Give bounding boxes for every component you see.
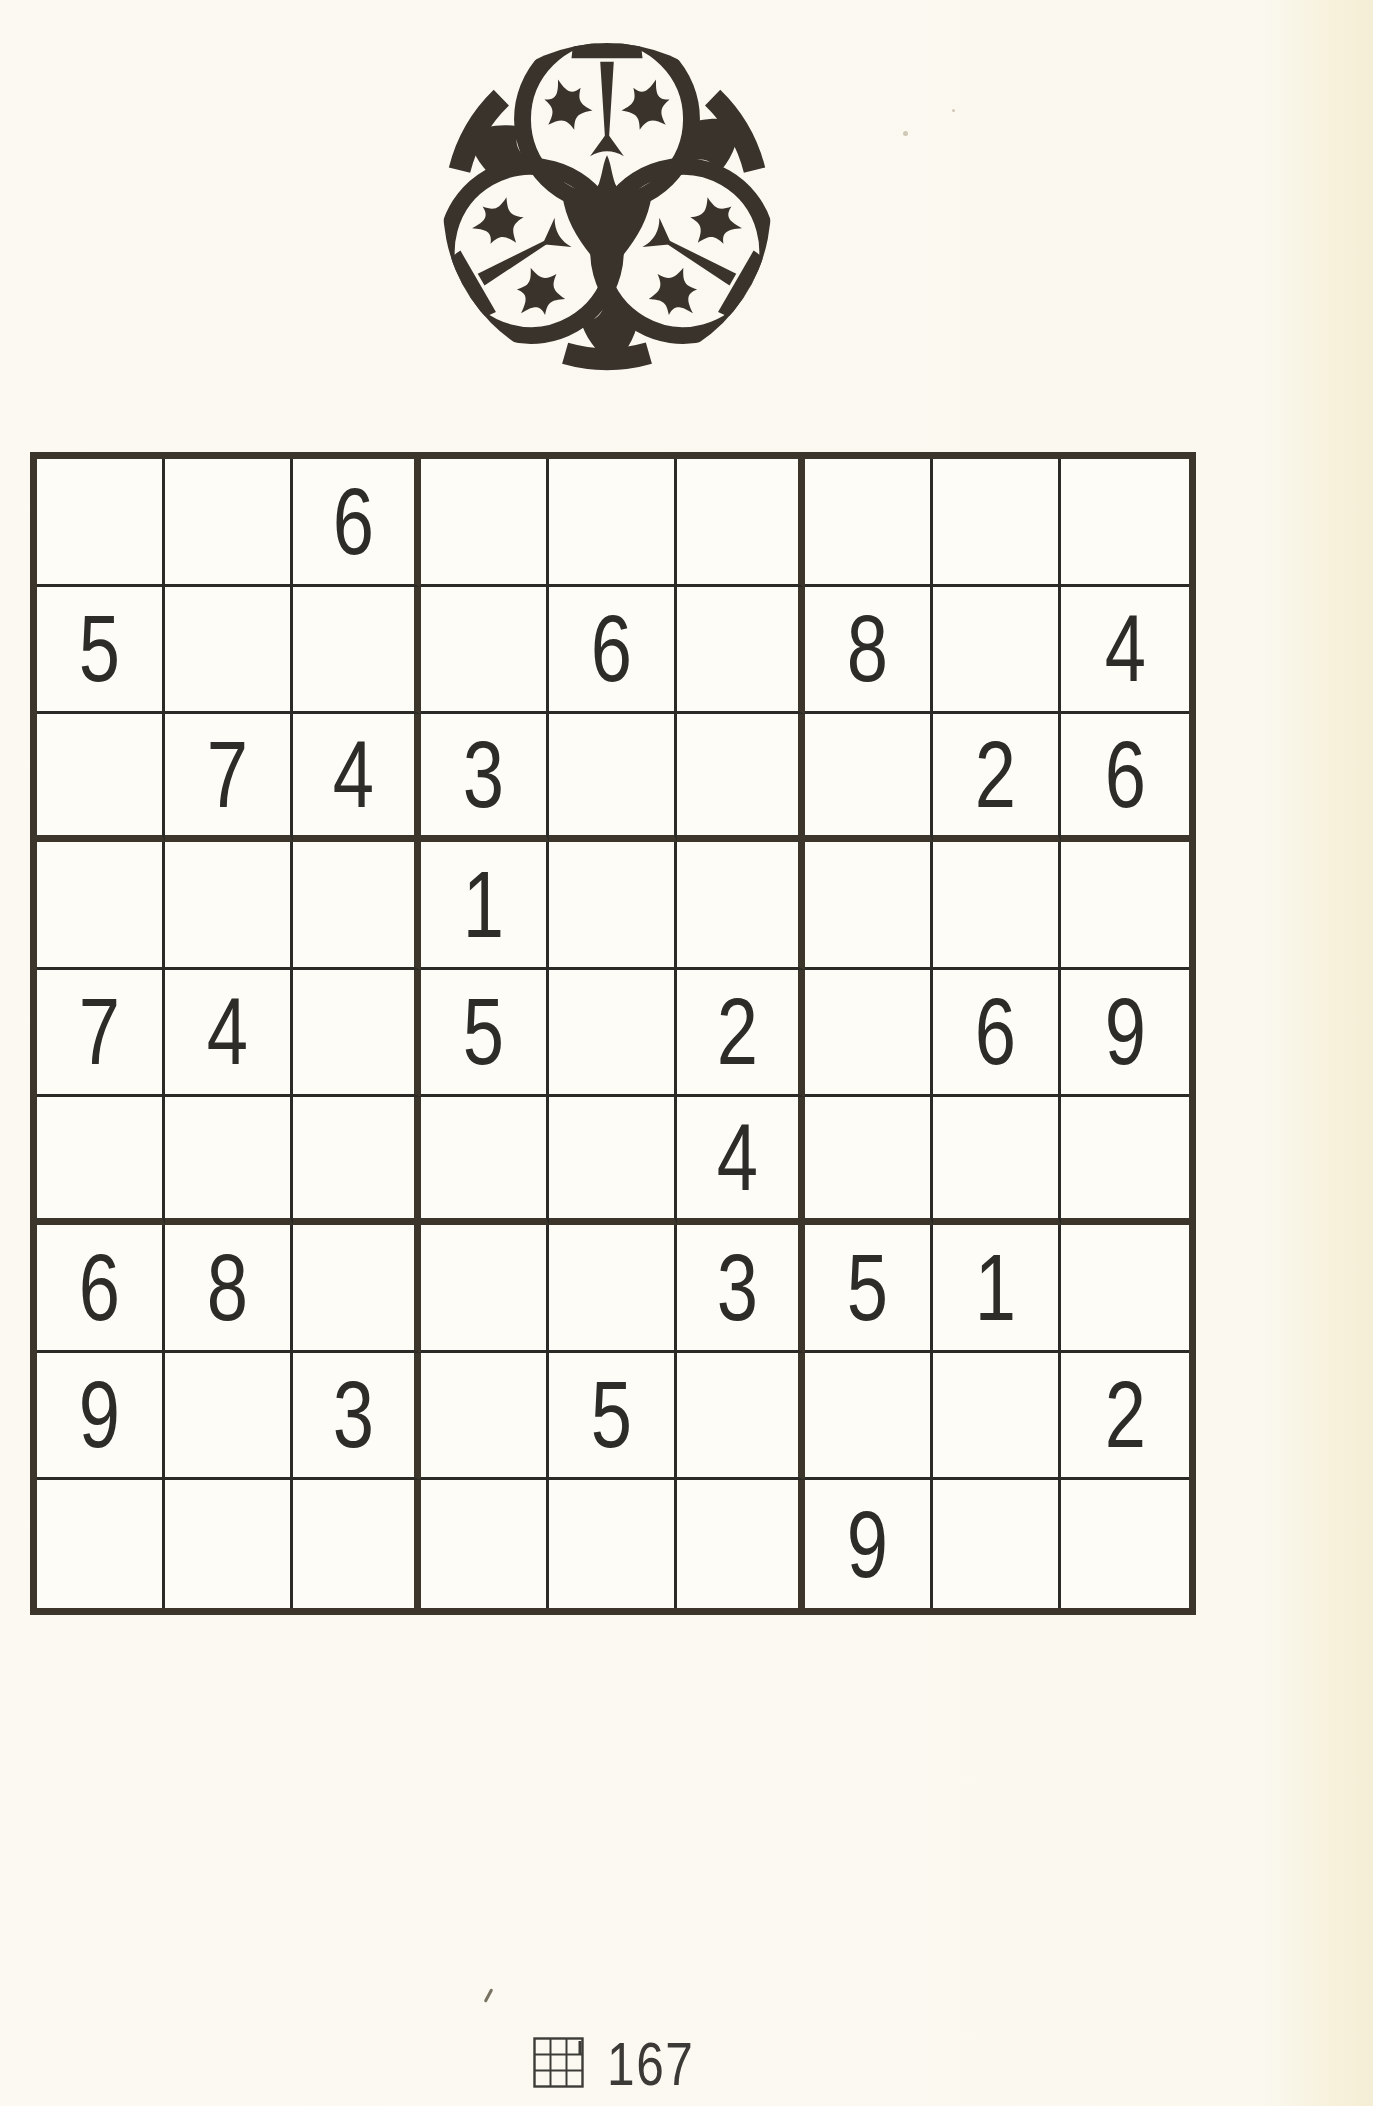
cell-r7c9 <box>1061 1225 1189 1353</box>
cell-r4c4: 1 <box>421 842 549 970</box>
cell-r2c3 <box>293 587 421 715</box>
given-digit: 1 <box>463 857 504 952</box>
cell-r3c1 <box>37 714 165 842</box>
cell-r3c2: 7 <box>165 714 293 842</box>
cell-r6c2 <box>165 1097 293 1225</box>
cell-r3c5 <box>549 714 677 842</box>
given-digit: 5 <box>591 1367 632 1462</box>
cell-r7c8: 1 <box>933 1225 1061 1353</box>
cell-r8c5: 5 <box>549 1353 677 1481</box>
given-digit: 1 <box>975 1240 1016 1335</box>
cell-r2c7: 8 <box>805 587 933 715</box>
cell-r9c5 <box>549 1480 677 1608</box>
given-digit: 4 <box>717 1110 758 1205</box>
cell-r1c3: 6 <box>293 459 421 587</box>
cell-r8c8 <box>933 1353 1061 1481</box>
cell-r4c6 <box>677 842 805 970</box>
page-number: 167 <box>607 2033 695 2095</box>
cell-r5c8: 6 <box>933 970 1061 1098</box>
sudoku-grid-icon <box>533 2037 584 2088</box>
cell-r9c4 <box>421 1480 549 1608</box>
cell-r1c5 <box>549 459 677 587</box>
cell-r9c1 <box>37 1480 165 1608</box>
cell-r9c7: 9 <box>805 1480 933 1608</box>
given-digit: 9 <box>1104 984 1145 1079</box>
cell-r5c7 <box>805 970 933 1098</box>
cell-r9c2 <box>165 1480 293 1608</box>
given-digit: 2 <box>975 727 1016 822</box>
given-digit: 9 <box>79 1367 120 1462</box>
given-digit: 8 <box>207 1240 248 1335</box>
cell-r6c9 <box>1061 1097 1189 1225</box>
given-digit: 4 <box>333 727 374 822</box>
cell-r2c2 <box>165 587 293 715</box>
ornament-medallion-icon <box>438 38 776 376</box>
cell-r7c5 <box>549 1225 677 1353</box>
cell-r2c4 <box>421 587 549 715</box>
cell-r8c4 <box>421 1353 549 1481</box>
cell-r3c7 <box>805 714 933 842</box>
given-digit: 3 <box>717 1240 758 1335</box>
cell-r2c5: 6 <box>549 587 677 715</box>
cell-r1c7 <box>805 459 933 587</box>
cell-r1c9 <box>1061 459 1189 587</box>
given-digit: 6 <box>975 984 1016 1079</box>
paper-speck <box>952 109 955 112</box>
given-digit: 6 <box>79 1240 120 1335</box>
cell-r6c8 <box>933 1097 1061 1225</box>
cell-r7c4 <box>421 1225 549 1353</box>
given-digit: 5 <box>79 601 120 696</box>
given-digit: 5 <box>463 984 504 1079</box>
cell-r1c4 <box>421 459 549 587</box>
given-digit: 3 <box>333 1367 374 1462</box>
cell-r2c6 <box>677 587 805 715</box>
ink-speck <box>484 1988 494 2003</box>
cell-r3c6 <box>677 714 805 842</box>
cell-r5c2: 4 <box>165 970 293 1098</box>
cell-r8c2 <box>165 1353 293 1481</box>
cell-r1c1 <box>37 459 165 587</box>
cell-r1c6 <box>677 459 805 587</box>
cell-r9c3 <box>293 1480 421 1608</box>
given-digit: 7 <box>207 727 248 822</box>
cell-r8c6 <box>677 1353 805 1481</box>
paper-speck <box>903 131 908 136</box>
cell-r7c2: 8 <box>165 1225 293 1353</box>
cell-r8c7 <box>805 1353 933 1481</box>
cell-r2c9: 4 <box>1061 587 1189 715</box>
cell-r8c1: 9 <box>37 1353 165 1481</box>
cell-r7c6: 3 <box>677 1225 805 1353</box>
cell-r7c1: 6 <box>37 1225 165 1353</box>
cell-r8c3: 3 <box>293 1353 421 1481</box>
given-digit: 4 <box>207 984 248 1079</box>
cell-r8c9: 2 <box>1061 1353 1189 1481</box>
given-digit: 7 <box>79 984 120 1079</box>
cell-r7c3 <box>293 1225 421 1353</box>
cell-r1c8 <box>933 459 1061 587</box>
cell-r4c7 <box>805 842 933 970</box>
sudoku-grid: 6568474326174526946835193529 <box>30 452 1196 1615</box>
cell-r4c3 <box>293 842 421 970</box>
cell-r1c2 <box>165 459 293 587</box>
cell-r4c5 <box>549 842 677 970</box>
given-digit: 2 <box>717 984 758 1079</box>
given-digit: 2 <box>1104 1367 1145 1462</box>
cell-r6c1 <box>37 1097 165 1225</box>
cell-r5c6: 2 <box>677 970 805 1098</box>
cell-r9c9 <box>1061 1480 1189 1608</box>
given-digit: 8 <box>847 601 888 696</box>
cell-r6c3 <box>293 1097 421 1225</box>
cell-r5c9: 9 <box>1061 970 1189 1098</box>
cell-r5c4: 5 <box>421 970 549 1098</box>
cell-r6c7 <box>805 1097 933 1225</box>
cell-r4c2 <box>165 842 293 970</box>
cell-r6c4 <box>421 1097 549 1225</box>
given-digit: 6 <box>1104 727 1145 822</box>
cell-r5c3 <box>293 970 421 1098</box>
given-digit: 5 <box>847 1240 888 1335</box>
given-digit: 6 <box>333 474 374 569</box>
cell-r6c6: 4 <box>677 1097 805 1225</box>
given-digit: 3 <box>463 727 504 822</box>
cell-r3c9: 6 <box>1061 714 1189 842</box>
cell-r4c1 <box>37 842 165 970</box>
cell-r9c8 <box>933 1480 1061 1608</box>
cell-r3c4: 3 <box>421 714 549 842</box>
cell-r7c7: 5 <box>805 1225 933 1353</box>
given-digit: 9 <box>847 1497 888 1592</box>
cell-r5c5 <box>549 970 677 1098</box>
given-digit: 6 <box>591 601 632 696</box>
cell-r2c8 <box>933 587 1061 715</box>
cell-r4c9 <box>1061 842 1189 970</box>
cell-r5c1: 7 <box>37 970 165 1098</box>
cell-r3c3: 4 <box>293 714 421 842</box>
cell-r2c1: 5 <box>37 587 165 715</box>
cell-r3c8: 2 <box>933 714 1061 842</box>
cell-r9c6 <box>677 1480 805 1608</box>
cell-r4c8 <box>933 842 1061 970</box>
given-digit: 4 <box>1104 601 1145 696</box>
cell-r6c5 <box>549 1097 677 1225</box>
